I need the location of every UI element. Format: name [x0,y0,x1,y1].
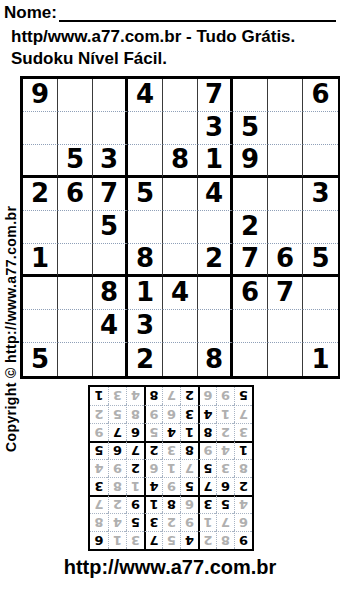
cell-r2c5 [163,112,198,145]
cell-r8c2 [58,310,93,343]
solution-cell-r1c6: 7 [144,531,162,549]
cell-r3c5: 8 [163,145,198,178]
cell-r9c9: 1 [303,343,338,376]
solution-cell-r8c5: 6 [162,405,180,423]
cell-r1c9: 6 [303,79,338,112]
solution-cell-r4c6: 4 [144,477,162,495]
solution-cell-r3c7: 9 [126,495,144,513]
solution-cell-r5c8: 9 [108,459,126,477]
solution-cell-r8c6: 9 [144,405,162,423]
solution-cell-r9c5: 7 [162,387,180,405]
solution-cell-r7c7: 6 [126,423,144,441]
cell-r7c6 [198,277,233,310]
solution-cell-r3c3: 3 [198,495,216,513]
solution-cell-r1c5: 5 [162,531,180,549]
solution-cell-r4c2: 6 [216,477,234,495]
cell-r7c5: 4 [163,277,198,310]
solution-cell-r4c8: 8 [108,477,126,495]
solution-cell-r9c7: 4 [126,387,144,405]
cell-r2c4 [128,112,163,145]
solution-cell-r5c1: 8 [234,459,252,477]
cell-r9c8 [268,343,303,376]
solution-cell-r2c8: 4 [108,513,126,531]
name-blank-line [59,5,336,22]
solution-cell-r7c2: 2 [216,423,234,441]
cell-r9c2 [58,343,93,376]
name-label: Nome: [4,3,57,22]
cell-r7c4: 1 [128,277,163,310]
cell-r4c5 [163,178,198,211]
cell-r1c3 [93,79,128,112]
solution-cell-r6c5: 3 [162,441,180,459]
footer-url: http://www.a77.com.br [0,556,340,579]
solution-cell-r2c9: 8 [90,513,108,531]
cell-r1c1: 9 [23,79,58,112]
solution-cell-r8c3: 4 [198,405,216,423]
solution-cell-r7c5: 4 [162,423,180,441]
solution-cell-r9c9: 1 [90,387,108,405]
cell-r9c5 [163,343,198,376]
cell-r6c4: 8 [128,244,163,277]
cell-r8c8 [268,310,303,343]
cell-r9c3 [93,343,128,376]
solution-cell-r5c7: 2 [126,459,144,477]
puzzle-title: Sudoku Nível Fácil. [11,49,167,69]
solution-cell-r8c1: 7 [234,405,252,423]
sudoku-sheet: Nome: http/www.a77.com.br - Tudo Grátis.… [0,0,340,596]
site-title: http/www.a77.com.br - Tudo Grátis. [11,27,295,47]
cell-r8c9 [303,310,338,343]
cell-r3c1 [23,145,58,178]
solution-cell-r6c7: 7 [126,441,144,459]
cell-r8c3: 4 [93,310,128,343]
solution-cell-r8c8: 5 [108,405,126,423]
cell-r1c6: 7 [198,79,233,112]
cell-r6c5 [163,244,198,277]
solution-cell-r9c6: 8 [144,387,162,405]
cell-r6c1: 1 [23,244,58,277]
cell-r8c4: 3 [128,310,163,343]
cell-r3c8 [268,145,303,178]
cell-r7c8: 7 [268,277,303,310]
solution-cell-r9c8: 3 [108,387,126,405]
cell-r4c8 [268,178,303,211]
solution-cell-r5c2: 3 [216,459,234,477]
cell-r3c7: 9 [233,145,268,178]
sudoku-board: 947635538192675435218276581467435281 [20,76,340,379]
cell-r6c2 [58,244,93,277]
cell-r1c5 [163,79,198,112]
name-row: Nome: [4,3,336,22]
solution-cell-r8c7: 8 [126,405,144,423]
solution-cell-r4c5: 9 [162,477,180,495]
solution-cell-r5c3: 5 [198,459,216,477]
solution-cell-r6c8: 6 [108,441,126,459]
solution-cell-r2c5: 2 [162,513,180,531]
cell-r3c4 [128,145,163,178]
solution-cell-r7c9: 9 [90,423,108,441]
cell-r1c2 [58,79,93,112]
solution-cell-r9c3: 6 [198,387,216,405]
cell-r6c9: 5 [303,244,338,277]
solution-cell-r3c4: 6 [180,495,198,513]
solution-cell-r9c1: 5 [234,387,252,405]
cell-r5c7: 2 [233,211,268,244]
cell-r1c7 [233,79,268,112]
cell-r2c8 [268,112,303,145]
solution-cell-r4c7: 1 [126,477,144,495]
cell-r5c5 [163,211,198,244]
cell-r5c2 [58,211,93,244]
solution-cell-r5c9: 4 [90,459,108,477]
solution-cell-r3c8: 2 [108,495,126,513]
solution-cell-r2c3: 1 [198,513,216,531]
solution-board: 9824573166719235484536819272675941838357… [88,385,254,551]
cell-r6c7: 7 [233,244,268,277]
cell-r7c7: 6 [233,277,268,310]
cell-r2c7: 5 [233,112,268,145]
cell-r2c9 [303,112,338,145]
solution-cell-r6c4: 8 [180,441,198,459]
cell-r8c7 [233,310,268,343]
cell-r5c4 [128,211,163,244]
cell-r5c9 [303,211,338,244]
solution-cell-r3c2: 5 [216,495,234,513]
solution-cell-r8c2: 1 [216,405,234,423]
cell-r8c6 [198,310,233,343]
cell-r6c6: 2 [198,244,233,277]
solution-cell-r3c6: 1 [144,495,162,513]
cell-r7c2 [58,277,93,310]
solution-cell-r4c3: 7 [198,477,216,495]
solution-cell-r1c1: 9 [234,531,252,549]
solution-cell-r3c1: 4 [234,495,252,513]
cell-r4c2: 6 [58,178,93,211]
solution-cell-r1c4: 4 [180,531,198,549]
cell-r8c1 [23,310,58,343]
cell-r4c3: 7 [93,178,128,211]
cell-r8c5 [163,310,198,343]
cell-r3c3: 3 [93,145,128,178]
solution-cell-r8c9: 2 [90,405,108,423]
solution-cell-r5c5: 1 [162,459,180,477]
cell-r2c3 [93,112,128,145]
solution-cell-r6c2: 4 [216,441,234,459]
solution-cell-r2c6: 3 [144,513,162,531]
solution-cell-r7c4: 1 [180,423,198,441]
cell-r4c7 [233,178,268,211]
cell-r3c2: 5 [58,145,93,178]
cell-r4c4: 5 [128,178,163,211]
cell-r9c4: 2 [128,343,163,376]
cell-r9c7 [233,343,268,376]
cell-r2c6: 3 [198,112,233,145]
solution-cell-r4c4: 5 [180,477,198,495]
solution-cell-r9c4: 2 [180,387,198,405]
cell-r4c9: 3 [303,178,338,211]
solution-cell-r2c2: 7 [216,513,234,531]
cell-r6c8: 6 [268,244,303,277]
solution-cell-r5c4: 7 [180,459,198,477]
solution-cell-r8c4: 3 [180,405,198,423]
cell-r7c3: 8 [93,277,128,310]
cell-r7c1 [23,277,58,310]
solution-cell-r1c9: 6 [90,531,108,549]
solution-cell-r4c9: 3 [90,477,108,495]
cell-r9c6: 8 [198,343,233,376]
solution-cell-r2c7: 5 [126,513,144,531]
solution-cell-r6c3: 9 [198,441,216,459]
solution-cell-r4c1: 2 [234,477,252,495]
cell-r1c4: 4 [128,79,163,112]
solution-cell-r6c1: 1 [234,441,252,459]
solution-cell-r7c8: 7 [108,423,126,441]
cell-r5c1 [23,211,58,244]
cell-r4c6: 4 [198,178,233,211]
cell-r3c6: 1 [198,145,233,178]
cell-r5c8 [268,211,303,244]
cell-r4c1: 2 [23,178,58,211]
solution-cell-r3c9: 7 [90,495,108,513]
solution-cell-r1c2: 8 [216,531,234,549]
cell-r3c9 [303,145,338,178]
cell-r6c3 [93,244,128,277]
cell-r2c2 [58,112,93,145]
cell-r9c1: 5 [23,343,58,376]
solution-cell-r6c6: 2 [144,441,162,459]
cell-r5c6 [198,211,233,244]
solution-cell-r2c4: 9 [180,513,198,531]
cell-r5c3: 5 [93,211,128,244]
solution-cell-r1c8: 1 [108,531,126,549]
solution-cell-r7c6: 5 [144,423,162,441]
solution-cell-r1c7: 3 [126,531,144,549]
cell-r2c1 [23,112,58,145]
solution-cell-r2c1: 6 [234,513,252,531]
cell-r1c8 [268,79,303,112]
solution-cell-r9c2: 9 [216,387,234,405]
solution-cell-r6c9: 5 [90,441,108,459]
solution-cell-r5c6: 6 [144,459,162,477]
solution-cell-r7c1: 3 [234,423,252,441]
solution-cell-r7c3: 8 [198,423,216,441]
solution-cell-r3c5: 8 [162,495,180,513]
cell-r7c9 [303,277,338,310]
solution-cell-r1c3: 2 [198,531,216,549]
